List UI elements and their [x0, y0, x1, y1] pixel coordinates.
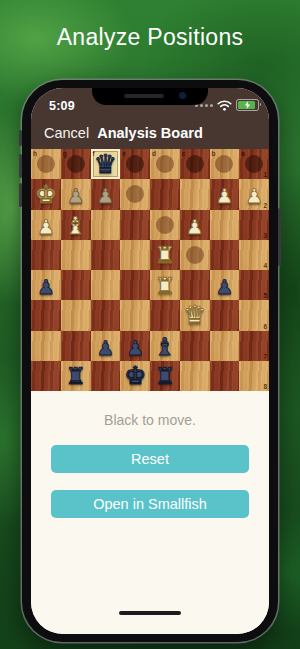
white-pawn[interactable]: ♟ — [239, 179, 269, 209]
square-d2[interactable] — [150, 179, 180, 209]
move-hint-d3[interactable] — [156, 216, 174, 234]
square-h2[interactable]: ♚ — [31, 179, 61, 209]
rank-label-7: 7 — [263, 353, 267, 360]
file-label-e: e — [122, 150, 126, 157]
square-e1[interactable]: e — [120, 149, 150, 179]
square-h4[interactable] — [31, 240, 61, 270]
square-g3[interactable]: ♝ — [61, 210, 91, 240]
square-d1[interactable]: d — [150, 149, 180, 179]
white-pawn[interactable]: ♟ — [31, 210, 61, 240]
black-rook[interactable]: ♜ — [150, 361, 180, 391]
square-a1[interactable]: a1 — [239, 149, 269, 179]
move-hint-e1[interactable] — [126, 155, 144, 173]
white-rook[interactable]: ♜ — [150, 270, 180, 300]
square-f1[interactable]: f♛ — [91, 149, 121, 179]
file-label-a: a — [241, 150, 245, 157]
mute-switch[interactable] — [19, 130, 22, 146]
square-h8[interactable] — [31, 361, 61, 391]
square-c3[interactable]: ♟ — [180, 210, 210, 240]
square-f6[interactable] — [91, 300, 121, 330]
square-g4[interactable] — [61, 240, 91, 270]
phone-screen: 5:09 — [31, 88, 269, 634]
square-b3[interactable] — [210, 210, 240, 240]
rank-label-3: 3 — [263, 232, 267, 239]
square-a8[interactable]: 8 — [239, 361, 269, 391]
square-f4[interactable] — [91, 240, 121, 270]
reset-button[interactable]: Reset — [51, 445, 249, 473]
black-bishop[interactable]: ♝ — [150, 331, 180, 361]
iphone-frame: 5:09 — [22, 80, 278, 642]
status-time: 5:09 — [49, 99, 75, 113]
square-a5[interactable]: 5 — [239, 270, 269, 300]
square-d3[interactable] — [150, 210, 180, 240]
square-c2[interactable] — [180, 179, 210, 209]
square-b7[interactable] — [210, 331, 240, 361]
wifi-icon — [217, 100, 232, 111]
square-e2[interactable] — [120, 179, 150, 209]
square-f7[interactable]: ♟ — [91, 331, 121, 361]
square-f8[interactable] — [91, 361, 121, 391]
lightning-bolt-icon — [244, 101, 251, 109]
square-a3[interactable]: 3 — [239, 210, 269, 240]
open-in-smallfish-button[interactable]: Open in Smallfish — [51, 490, 249, 518]
square-g7[interactable] — [61, 331, 91, 361]
square-d7[interactable]: ♝ — [150, 331, 180, 361]
square-b4[interactable] — [210, 240, 240, 270]
white-queen[interactable]: ♛ — [180, 300, 210, 330]
square-h3[interactable]: ♟ — [31, 210, 61, 240]
white-king[interactable]: ♚ — [31, 179, 61, 209]
square-c6[interactable]: ♛ — [180, 300, 210, 330]
square-a6[interactable]: 6 — [239, 300, 269, 330]
black-rook[interactable]: ♜ — [61, 361, 91, 391]
square-e4[interactable] — [120, 240, 150, 270]
file-label-h: h — [33, 150, 37, 157]
square-g5[interactable] — [61, 270, 91, 300]
square-g2[interactable]: ♟ — [61, 179, 91, 209]
move-hint-e2[interactable] — [126, 185, 144, 203]
rank-label-8: 8 — [263, 383, 267, 390]
turn-indicator: Black to move. — [104, 412, 196, 428]
move-hint-a1[interactable] — [245, 155, 263, 173]
square-d6[interactable] — [150, 300, 180, 330]
home-indicator[interactable] — [119, 611, 181, 615]
white-bishop[interactable]: ♝ — [61, 210, 91, 240]
square-e7[interactable]: ♟ — [120, 331, 150, 361]
square-d5[interactable]: ♜ — [150, 270, 180, 300]
file-label-d: d — [152, 150, 156, 157]
move-hint-d1[interactable] — [156, 155, 174, 173]
battery-charging-icon — [236, 99, 259, 111]
square-f5[interactable] — [91, 270, 121, 300]
square-c7[interactable] — [180, 331, 210, 361]
move-hint-b1[interactable] — [215, 155, 233, 173]
move-hint-g1[interactable] — [67, 155, 85, 173]
black-king[interactable]: ♚ — [120, 361, 150, 391]
app-store-screenshot: Analyze Positions 5:09 — [0, 0, 300, 649]
square-d4[interactable]: ♜ — [150, 240, 180, 270]
square-b6[interactable] — [210, 300, 240, 330]
square-b1[interactable]: b — [210, 149, 240, 179]
rank-label-5: 5 — [263, 292, 267, 299]
square-c5[interactable] — [180, 270, 210, 300]
caption-title: Analyze Positions — [0, 24, 300, 51]
square-g8[interactable]: ♜ — [61, 361, 91, 391]
square-c4[interactable] — [180, 240, 210, 270]
square-b2[interactable]: ♟ — [210, 179, 240, 209]
volume-up-button[interactable] — [19, 154, 22, 178]
square-a4[interactable]: 4 — [239, 240, 269, 270]
square-f2[interactable]: ♟ — [91, 179, 121, 209]
black-pawn[interactable]: ♟ — [120, 331, 150, 361]
square-c8[interactable] — [180, 361, 210, 391]
square-d8[interactable]: ♜ — [150, 361, 180, 391]
speaker-slit — [124, 94, 164, 98]
black-pawn[interactable]: ♟ — [91, 179, 121, 209]
square-g1[interactable]: g — [61, 149, 91, 179]
square-a2[interactable]: 2♟ — [239, 179, 269, 209]
square-b5[interactable]: ♟ — [210, 270, 240, 300]
square-h1[interactable]: h — [31, 149, 61, 179]
white-pawn[interactable]: ♟ — [210, 179, 240, 209]
power-button[interactable] — [278, 208, 281, 266]
file-label-g: g — [63, 150, 67, 157]
square-e6[interactable] — [120, 300, 150, 330]
move-hint-h1[interactable] — [37, 155, 55, 173]
square-a7[interactable]: 7 — [239, 331, 269, 361]
front-camera — [179, 92, 186, 99]
square-f3[interactable] — [91, 210, 121, 240]
square-e5[interactable] — [120, 270, 150, 300]
volume-down-button[interactable] — [19, 183, 22, 207]
square-b8[interactable] — [210, 361, 240, 391]
black-pawn[interactable]: ♟ — [210, 270, 240, 300]
square-e3[interactable] — [120, 210, 150, 240]
file-label-b: b — [212, 150, 216, 157]
white-rook[interactable]: ♜ — [150, 240, 180, 270]
black-pawn[interactable]: ♟ — [61, 179, 91, 209]
nav-bar: Cancel Analysis Board — [31, 118, 269, 149]
square-c1[interactable]: c — [180, 149, 210, 179]
white-pawn[interactable]: ♟ — [180, 210, 210, 240]
square-h6[interactable] — [31, 300, 61, 330]
lower-panel: Black to move. Reset Open in Smallfish — [31, 391, 269, 634]
rank-label-4: 4 — [263, 262, 267, 269]
move-hint-c4[interactable] — [186, 246, 204, 264]
black-queen[interactable]: ♛ — [91, 149, 121, 179]
chess-board: hgf♛edcba1♚♟♟♟2♟♟♝♟3♜4♟♜♟5♛6♟♟♝7♜♚♜8 — [31, 149, 269, 391]
rank-label-1: 1 — [263, 171, 267, 178]
square-h5[interactable]: ♟ — [31, 270, 61, 300]
rank-label-6: 6 — [263, 323, 267, 330]
square-g6[interactable] — [61, 300, 91, 330]
nav-title: Analysis Board — [31, 125, 269, 141]
file-label-c: c — [182, 150, 186, 157]
notch — [92, 88, 208, 105]
square-e8[interactable]: ♚ — [120, 361, 150, 391]
status-icons — [195, 99, 259, 111]
square-h7[interactable] — [31, 331, 61, 361]
move-hint-c1[interactable] — [186, 155, 204, 173]
black-pawn[interactable]: ♟ — [31, 270, 61, 300]
black-pawn[interactable]: ♟ — [91, 331, 121, 361]
